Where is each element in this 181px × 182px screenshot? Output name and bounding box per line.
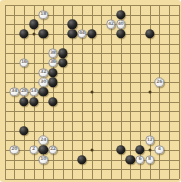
star-point <box>90 149 93 152</box>
white-stone[interactable]: 30 <box>38 78 47 87</box>
white-stone[interactable]: 2 <box>29 145 38 154</box>
white-stone[interactable]: 10 <box>38 155 47 164</box>
move-number-label: 20 <box>11 148 17 153</box>
white-stone[interactable]: 24 <box>38 136 47 145</box>
grid-line-horizontal <box>5 179 179 180</box>
move-number-label: 4 <box>158 148 161 153</box>
white-stone[interactable]: 20 <box>9 145 18 154</box>
white-stone[interactable]: 32 <box>38 68 47 77</box>
black-stone[interactable] <box>77 155 86 164</box>
black-stone[interactable] <box>58 58 67 67</box>
move-number-label: 32 <box>40 70 46 75</box>
move-number-label: 22 <box>50 148 56 153</box>
star-point <box>90 91 93 94</box>
star-point <box>148 149 151 152</box>
black-stone[interactable] <box>67 29 76 38</box>
go-app-window: 1842404438163632302634281424122022241068 <box>0 0 181 182</box>
black-stone[interactable] <box>48 97 57 106</box>
grid-line-vertical <box>130 5 131 179</box>
star-point <box>32 33 35 36</box>
black-stone[interactable] <box>19 126 28 135</box>
black-stone[interactable] <box>19 97 28 106</box>
black-stone[interactable] <box>38 87 47 96</box>
white-stone[interactable]: 16 <box>19 58 28 67</box>
move-number-label: 44 <box>79 32 85 37</box>
move-number-label: 38 <box>50 51 56 56</box>
move-number-label: 2 <box>32 148 35 153</box>
move-number-label: 40 <box>118 22 124 27</box>
move-number-label: 24 <box>40 138 46 143</box>
go-board[interactable]: 1842404438163632302634281424122022241068 <box>0 0 181 182</box>
white-stone[interactable]: 34 <box>9 87 18 96</box>
move-number-label: 30 <box>40 80 46 85</box>
move-number-label: 42 <box>108 22 114 27</box>
white-stone[interactable]: 28 <box>19 87 28 96</box>
black-stone[interactable] <box>58 49 67 58</box>
move-number-label: 26 <box>156 80 162 85</box>
white-stone[interactable]: 14 <box>29 87 38 96</box>
white-stone[interactable]: 42 <box>106 20 115 29</box>
white-stone[interactable]: 44 <box>77 29 86 38</box>
move-number-label: 34 <box>11 90 17 95</box>
move-number-label: 36 <box>50 61 56 66</box>
grid-line-vertical <box>169 5 170 179</box>
white-stone[interactable]: 6 <box>135 155 144 164</box>
black-stone[interactable] <box>145 29 154 38</box>
black-stone[interactable] <box>126 155 135 164</box>
grid-line-horizontal <box>5 131 179 132</box>
move-number-label: 14 <box>31 90 37 95</box>
white-stone[interactable]: 36 <box>48 58 57 67</box>
black-stone[interactable] <box>67 20 76 29</box>
move-number-label: 6 <box>138 157 141 162</box>
black-stone[interactable] <box>116 10 125 19</box>
grid-line-vertical <box>101 5 102 179</box>
white-stone[interactable]: 40 <box>116 20 125 29</box>
black-stone[interactable] <box>116 145 125 154</box>
black-stone[interactable] <box>29 97 38 106</box>
grid-line-horizontal <box>5 121 179 122</box>
black-stone[interactable] <box>48 78 57 87</box>
white-stone[interactable]: 8 <box>145 155 154 164</box>
grid-line-vertical <box>179 5 180 179</box>
move-number-label: 8 <box>148 157 151 162</box>
white-stone[interactable]: 22 <box>48 145 57 154</box>
white-stone[interactable]: 18 <box>38 10 47 19</box>
black-stone[interactable] <box>116 29 125 38</box>
black-stone[interactable] <box>19 29 28 38</box>
black-stone[interactable] <box>29 20 38 29</box>
black-stone[interactable] <box>38 145 47 154</box>
move-number-label: 18 <box>40 12 46 17</box>
grid-line-vertical <box>111 5 112 179</box>
move-number-label: 28 <box>21 90 27 95</box>
white-stone[interactable]: 4 <box>155 145 164 154</box>
black-stone[interactable] <box>87 29 96 38</box>
star-point <box>148 91 151 94</box>
black-stone[interactable] <box>38 29 47 38</box>
white-stone[interactable]: 38 <box>48 49 57 58</box>
move-number-label: 16 <box>21 61 27 66</box>
white-stone[interactable]: 26 <box>155 78 164 87</box>
black-stone[interactable] <box>135 145 144 154</box>
grid-line-horizontal <box>5 111 179 112</box>
move-number-label: 12 <box>147 138 153 143</box>
grid-line-horizontal <box>5 169 179 170</box>
move-number-label: 10 <box>40 157 46 162</box>
white-stone[interactable]: 12 <box>145 136 154 145</box>
black-stone[interactable] <box>48 68 57 77</box>
